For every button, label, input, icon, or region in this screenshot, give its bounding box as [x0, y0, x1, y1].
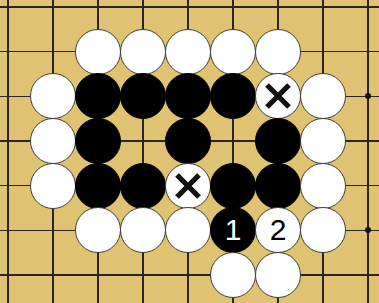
board-point[interactable] — [346, 208, 379, 253]
stone-black[interactable] — [255, 118, 301, 164]
board-point[interactable] — [121, 74, 166, 119]
stone-white[interactable] — [255, 29, 301, 75]
stone-black[interactable] — [210, 163, 256, 209]
board-point[interactable] — [31, 253, 76, 298]
board-point[interactable] — [256, 163, 301, 208]
board-point[interactable] — [256, 0, 301, 29]
go-board[interactable]: 12 — [0, 0, 379, 303]
board-point[interactable] — [301, 119, 346, 164]
stone-white[interactable] — [255, 73, 301, 119]
board-point[interactable] — [0, 74, 31, 119]
board-point[interactable] — [31, 163, 76, 208]
board-point[interactable] — [31, 119, 76, 164]
board-point[interactable] — [301, 208, 346, 253]
stone-white[interactable]: 2 — [255, 207, 301, 253]
board-point[interactable] — [0, 253, 31, 298]
stone-white[interactable] — [120, 207, 166, 253]
stone-white[interactable] — [30, 118, 76, 164]
board-point[interactable] — [76, 208, 121, 253]
stone-black[interactable] — [210, 73, 256, 119]
board-point[interactable] — [0, 208, 31, 253]
board-point[interactable] — [301, 74, 346, 119]
stone-white[interactable] — [75, 207, 121, 253]
board-point[interactable] — [166, 163, 211, 208]
board-point[interactable] — [346, 29, 379, 74]
board-point[interactable] — [121, 29, 166, 74]
board-point[interactable] — [211, 163, 256, 208]
board-point[interactable] — [76, 29, 121, 74]
board-point[interactable] — [301, 163, 346, 208]
board-point[interactable] — [76, 163, 121, 208]
board-point[interactable] — [211, 0, 256, 29]
stone-white[interactable] — [300, 73, 346, 119]
stone-white[interactable] — [255, 252, 301, 298]
stone-white[interactable] — [30, 73, 76, 119]
stone-white[interactable] — [300, 118, 346, 164]
stone-white[interactable] — [210, 29, 256, 75]
stone-white[interactable] — [165, 163, 211, 209]
stone-white[interactable] — [30, 163, 76, 209]
board-point[interactable] — [211, 29, 256, 74]
stone-black[interactable] — [75, 73, 121, 119]
board-point[interactable] — [76, 0, 121, 29]
stone-black[interactable] — [75, 118, 121, 164]
x-mark-icon — [256, 73, 300, 119]
board-point[interactable] — [76, 119, 121, 164]
board-point[interactable] — [121, 119, 166, 164]
stone-white[interactable] — [210, 252, 256, 298]
board-point[interactable] — [121, 253, 166, 298]
board-point[interactable] — [301, 29, 346, 74]
board-point[interactable] — [346, 253, 379, 298]
stone-white[interactable] — [75, 29, 121, 75]
board-point[interactable] — [0, 0, 31, 29]
stone-white[interactable] — [300, 163, 346, 209]
board-point[interactable] — [166, 208, 211, 253]
board-point[interactable] — [256, 29, 301, 74]
board-point[interactable] — [121, 163, 166, 208]
stone-black[interactable] — [120, 73, 166, 119]
move-number-label: 1 — [225, 215, 242, 245]
x-mark-icon — [166, 163, 210, 209]
board-point[interactable] — [346, 119, 379, 164]
board-point[interactable] — [31, 29, 76, 74]
board-point[interactable] — [256, 253, 301, 298]
board-point[interactable] — [166, 253, 211, 298]
board-point[interactable] — [31, 74, 76, 119]
board-point[interactable]: 2 — [256, 208, 301, 253]
stone-black[interactable] — [165, 73, 211, 119]
board-point[interactable] — [346, 163, 379, 208]
stone-white[interactable] — [120, 29, 166, 75]
board-point[interactable] — [211, 253, 256, 298]
board-point[interactable] — [346, 0, 379, 29]
move-number-label: 2 — [270, 215, 287, 245]
board-point[interactable] — [121, 0, 166, 29]
stone-white[interactable] — [300, 207, 346, 253]
board-point[interactable] — [121, 208, 166, 253]
board-grid: 12 — [0, 0, 379, 297]
stone-white[interactable] — [165, 207, 211, 253]
stone-white[interactable] — [165, 29, 211, 75]
board-point[interactable] — [211, 119, 256, 164]
board-point[interactable] — [166, 119, 211, 164]
stone-black[interactable] — [120, 163, 166, 209]
board-point[interactable] — [31, 0, 76, 29]
board-point[interactable] — [256, 74, 301, 119]
board-point[interactable] — [301, 253, 346, 298]
board-point[interactable] — [0, 119, 31, 164]
board-point[interactable] — [76, 74, 121, 119]
board-point[interactable] — [301, 0, 346, 29]
board-point[interactable] — [166, 74, 211, 119]
board-point[interactable] — [166, 29, 211, 74]
board-point[interactable] — [0, 163, 31, 208]
board-point[interactable]: 1 — [211, 208, 256, 253]
board-point[interactable] — [76, 253, 121, 298]
stone-black[interactable] — [165, 118, 211, 164]
board-point[interactable] — [166, 0, 211, 29]
board-point[interactable] — [256, 119, 301, 164]
stone-black[interactable] — [255, 163, 301, 209]
board-point[interactable] — [0, 29, 31, 74]
board-point[interactable] — [211, 74, 256, 119]
stone-black[interactable] — [75, 163, 121, 209]
stone-black[interactable]: 1 — [210, 207, 256, 253]
board-point[interactable] — [346, 74, 379, 119]
board-point[interactable] — [31, 208, 76, 253]
